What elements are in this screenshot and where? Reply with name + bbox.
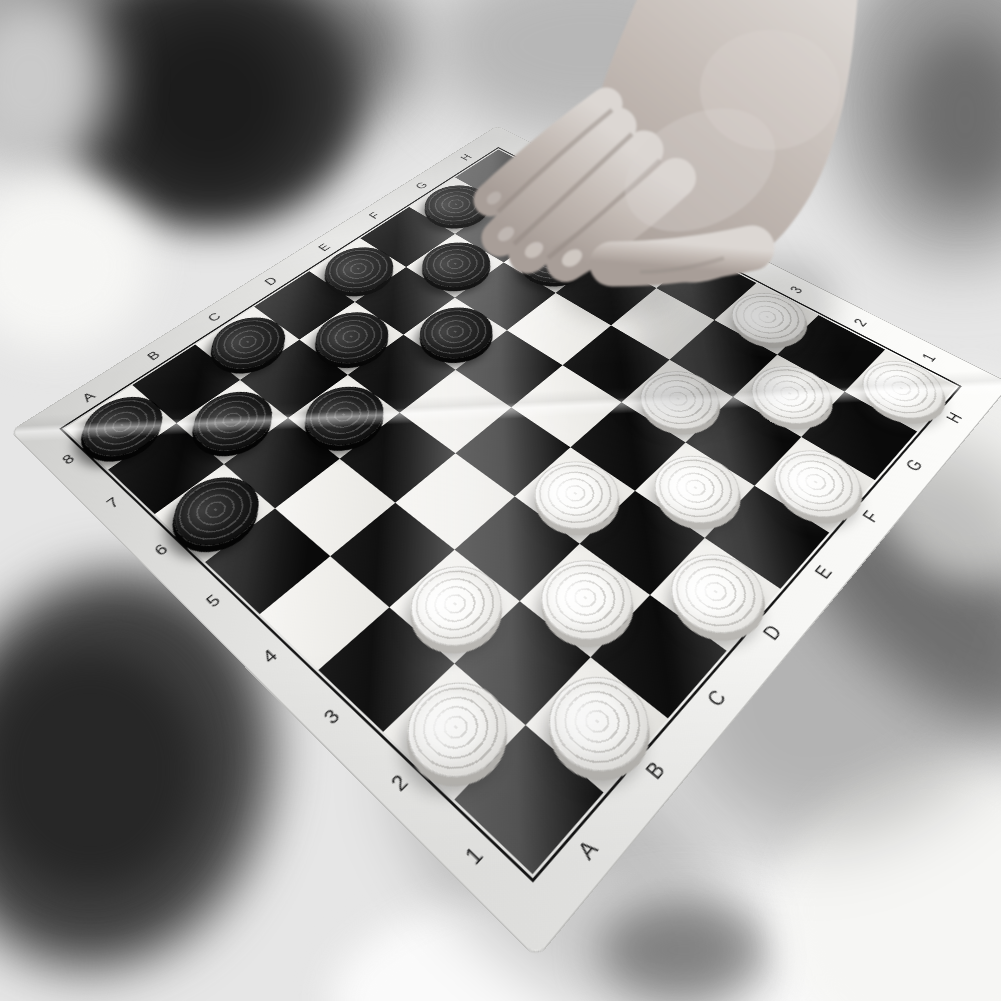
piece-black-b7[interactable]: [178, 380, 288, 463]
scene: ABCDEFGH ABCDEFGH 87654321 87654321: [0, 0, 1001, 1001]
hand-shadow-near-piece: [560, 250, 680, 320]
background-blur-gray-top-center: [430, 0, 750, 140]
piece-black-c6[interactable]: [289, 375, 399, 458]
piece-white-d3[interactable]: [517, 448, 636, 543]
piece-black-f7[interactable]: [408, 233, 504, 296]
piece-black-d7[interactable]: [300, 302, 403, 374]
piece-white-c2[interactable]: [522, 544, 651, 656]
piece-black-e6[interactable]: [404, 297, 507, 369]
piece-white-b3[interactable]: [391, 550, 520, 663]
piece-white-e2[interactable]: [637, 442, 756, 537]
